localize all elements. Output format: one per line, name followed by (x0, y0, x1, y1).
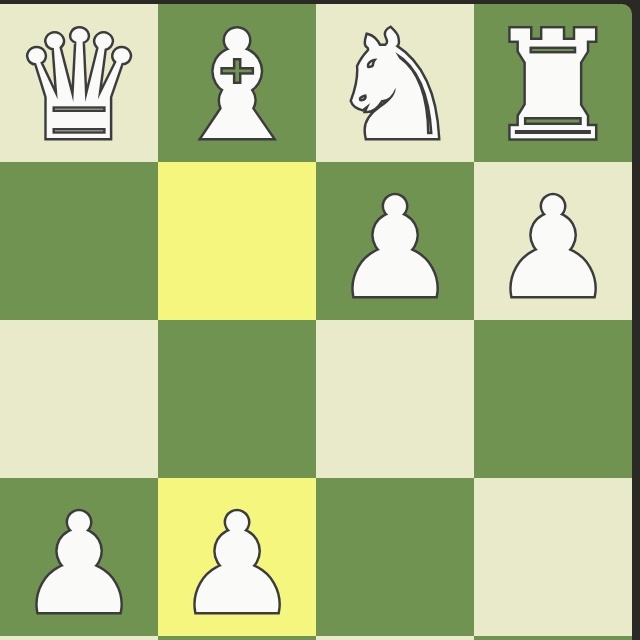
app-background: ♛♝♞♜♟♟♟♟ (0, 0, 640, 640)
white-bishop[interactable]: ♝ (170, 11, 304, 161)
white-queen[interactable]: ♛ (12, 11, 146, 161)
square-r4c1[interactable]: ♟ (0, 478, 158, 636)
square-r2c4[interactable]: ♟ (474, 162, 632, 320)
square-r5c1[interactable] (0, 636, 158, 640)
white-pawn[interactable]: ♟ (333, 180, 457, 318)
square-r4c3[interactable] (316, 478, 474, 636)
white-pawn[interactable]: ♟ (491, 180, 615, 318)
square-r3c1[interactable] (0, 320, 158, 478)
white-pawn[interactable]: ♟ (175, 496, 299, 634)
square-r5c4[interactable] (474, 636, 632, 640)
white-rook[interactable]: ♜ (486, 11, 620, 161)
white-pawn[interactable]: ♟ (17, 496, 141, 634)
square-r4c2-highlighted[interactable]: ♟ (158, 478, 316, 636)
square-r2c1[interactable] (0, 162, 158, 320)
white-knight[interactable]: ♞ (328, 11, 462, 161)
square-r1c2[interactable]: ♝ (158, 4, 316, 162)
square-r1c3[interactable]: ♞ (316, 4, 474, 162)
square-r3c3[interactable] (316, 320, 474, 478)
square-r1c4[interactable]: ♜ (474, 4, 632, 162)
square-r3c4[interactable] (474, 320, 632, 478)
square-r5c2[interactable] (158, 636, 316, 640)
square-r3c2[interactable] (158, 320, 316, 478)
chess-board[interactable]: ♛♝♞♜♟♟♟♟ (0, 4, 632, 640)
square-r4c4[interactable] (474, 478, 632, 636)
square-r5c3[interactable] (316, 636, 474, 640)
square-r1c1[interactable]: ♛ (0, 4, 158, 162)
square-r2c3[interactable]: ♟ (316, 162, 474, 320)
square-r2c2-highlighted[interactable] (158, 162, 316, 320)
